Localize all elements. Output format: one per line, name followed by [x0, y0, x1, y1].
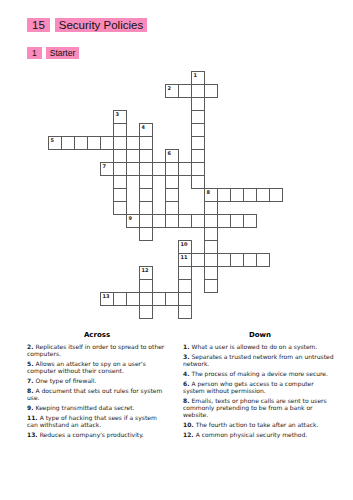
- across-clues-section: Across 2. Replicates itself in order to …: [27, 331, 167, 441]
- grid-cell-r7c9[interactable]: [165, 162, 179, 176]
- down-clue-list: 1. What a user is allowed to do on a sys…: [183, 343, 337, 438]
- grid-cell-r10c5[interactable]: [113, 201, 127, 215]
- down-clues-section: Down 1. What a user is allowed to do on …: [183, 331, 337, 441]
- grid-cell-r1c9[interactable]: [165, 84, 179, 98]
- grid-cell-r16c10[interactable]: [178, 279, 192, 293]
- grid-cell-r4c7[interactable]: [139, 123, 153, 137]
- activity-number-badge: 1: [27, 47, 42, 59]
- grid-cell-r9c15[interactable]: [243, 188, 257, 202]
- down-header: Down: [183, 331, 337, 339]
- grid-cell-r14c10[interactable]: [178, 253, 192, 267]
- grid-cell-r17c6[interactable]: [126, 292, 140, 306]
- grid-cell-r6c9[interactable]: [165, 149, 179, 163]
- grid-cell-r11c15[interactable]: [243, 214, 257, 228]
- grid-cell-r5c0[interactable]: [48, 136, 62, 150]
- grid-cell-r8c7[interactable]: [139, 175, 153, 189]
- grid-cell-r9c5[interactable]: [113, 188, 127, 202]
- grid-cell-r10c9[interactable]: [165, 201, 179, 215]
- grid-cell-r8c9[interactable]: [165, 175, 179, 189]
- grid-cell-r5c7[interactable]: [139, 136, 153, 150]
- grid-cell-r11c6[interactable]: [126, 214, 140, 228]
- grid-cell-r9c12[interactable]: [204, 188, 218, 202]
- grid-cell-r8c11[interactable]: [191, 175, 205, 189]
- down-clue-10: 10. The fourth action to take after an a…: [183, 421, 337, 428]
- grid-cell-r15c12[interactable]: [204, 266, 218, 280]
- down-clue-6: 6. A person who gets access to a compute…: [183, 380, 337, 394]
- grid-cell-r17c9[interactable]: [165, 292, 179, 306]
- down-clue-1: 1. What a user is allowed to do on a sys…: [183, 343, 337, 350]
- across-header: Across: [27, 331, 167, 339]
- grid-cell-r13c10[interactable]: [178, 240, 192, 254]
- grid-cell-r7c8[interactable]: [152, 162, 166, 176]
- grid-cell-r17c5[interactable]: [113, 292, 127, 306]
- grid-cell-r11c7[interactable]: [139, 214, 153, 228]
- page-title: Security Policies: [55, 18, 147, 32]
- grid-cell-r5c5[interactable]: [113, 136, 127, 150]
- grid-cell-r1c12[interactable]: [204, 84, 218, 98]
- grid-cell-r8c5[interactable]: [113, 175, 127, 189]
- grid-cell-r14c13[interactable]: [217, 253, 231, 267]
- grid-cell-r11c12[interactable]: [204, 214, 218, 228]
- crossword-grid: 12345678910111213: [48, 71, 283, 319]
- activity-label: Starter: [46, 47, 80, 59]
- grid-cell-r5c2[interactable]: [74, 136, 88, 150]
- grid-cell-r11c8[interactable]: [152, 214, 166, 228]
- grid-cell-r5c1[interactable]: [61, 136, 75, 150]
- across-clue-13: 13. Reduces a company's productivity.: [27, 431, 167, 438]
- across-clue-5: 5. Allows an attacker to spy on a user's…: [27, 360, 167, 374]
- grid-cell-r9c17[interactable]: [269, 188, 283, 202]
- grid-cell-r9c7[interactable]: [139, 188, 153, 202]
- grid-cell-r3c11[interactable]: [191, 110, 205, 124]
- grid-cell-r7c6[interactable]: [126, 162, 140, 176]
- across-clue-9: 9. Keeping transmitted data secret.: [27, 404, 167, 411]
- grid-cell-r7c5[interactable]: [113, 162, 127, 176]
- grid-cell-r5c6[interactable]: [126, 136, 140, 150]
- grid-cell-r15c7[interactable]: [139, 266, 153, 280]
- grid-cell-r7c7[interactable]: [139, 162, 153, 176]
- grid-cell-r11c9[interactable]: [165, 214, 179, 228]
- grid-cell-r12c12[interactable]: [204, 227, 218, 241]
- grid-cell-r0c11[interactable]: [191, 71, 205, 85]
- grid-cell-r9c16[interactable]: [256, 188, 270, 202]
- grid-cell-r7c4[interactable]: [100, 162, 114, 176]
- grid-cell-r7c11[interactable]: [191, 162, 205, 176]
- grid-cell-r16c7[interactable]: [139, 279, 153, 293]
- down-clue-3: 3. Separates a trusted network from an u…: [183, 353, 337, 367]
- grid-cell-r18c7[interactable]: [139, 305, 153, 319]
- across-clue-2: 2. Replicates itself in order to spread …: [27, 343, 167, 357]
- grid-cell-r15c10[interactable]: [178, 266, 192, 280]
- grid-cell-r10c7[interactable]: [139, 201, 153, 215]
- grid-cell-r5c3[interactable]: [87, 136, 101, 150]
- grid-cell-r10c12[interactable]: [204, 201, 218, 215]
- grid-cell-r11c10[interactable]: [178, 214, 192, 228]
- unit-number-badge: 15: [27, 18, 50, 32]
- page-header: 15 Security Policies: [27, 18, 147, 32]
- grid-cell-r11c14[interactable]: [230, 214, 244, 228]
- grid-cell-r17c8[interactable]: [152, 292, 166, 306]
- grid-cell-r13c12[interactable]: [204, 240, 218, 254]
- grid-cell-r1c11[interactable]: [191, 84, 205, 98]
- grid-cell-r6c5[interactable]: [113, 149, 127, 163]
- grid-cell-r14c14[interactable]: [230, 253, 244, 267]
- grid-cell-r6c11[interactable]: [191, 149, 205, 163]
- grid-cell-r14c16[interactable]: [256, 253, 270, 267]
- grid-cell-r9c13[interactable]: [217, 188, 231, 202]
- grid-cell-r17c4[interactable]: [100, 292, 114, 306]
- grid-cell-r9c9[interactable]: [165, 188, 179, 202]
- grid-cell-r4c11[interactable]: [191, 123, 205, 137]
- grid-cell-r11c11[interactable]: [191, 214, 205, 228]
- grid-cell-r5c11[interactable]: [191, 136, 205, 150]
- grid-cell-r5c4[interactable]: [100, 136, 114, 150]
- across-clue-11: 11. A type of hacking that sees if a sys…: [27, 414, 167, 428]
- across-clue-8: 8. A document that sets out rules for sy…: [27, 387, 167, 401]
- grid-cell-r11c13[interactable]: [217, 214, 231, 228]
- grid-cell-r3c5[interactable]: [113, 110, 127, 124]
- grid-cell-r14c15[interactable]: [243, 253, 257, 267]
- grid-cell-r16c12[interactable]: [204, 279, 218, 293]
- grid-cell-r12c7[interactable]: [139, 227, 153, 241]
- grid-cell-r6c7[interactable]: [139, 149, 153, 163]
- grid-cell-r17c7[interactable]: [139, 292, 153, 306]
- down-clue-4: 4. The process of making a device more s…: [183, 370, 337, 377]
- grid-cell-r4c5[interactable]: [113, 123, 127, 137]
- grid-cell-r17c10[interactable]: [178, 292, 192, 306]
- grid-cell-r2c11[interactable]: [191, 97, 205, 111]
- grid-cell-r7c10[interactable]: [178, 162, 192, 176]
- activity-header: 1 Starter: [27, 47, 79, 59]
- grid-cell-r14c12[interactable]: [204, 253, 218, 267]
- down-clue-12: 12. A common physical security method.: [183, 431, 337, 438]
- across-clue-7: 7. One type of firewall.: [27, 377, 167, 384]
- grid-cell-r18c10[interactable]: [178, 305, 192, 319]
- down-clue-8: 8. Emails, texts or phone calls are sent…: [183, 397, 337, 418]
- grid-cell-r9c14[interactable]: [230, 188, 244, 202]
- grid-cell-r14c11[interactable]: [191, 253, 205, 267]
- across-clue-list: 2. Replicates itself in order to spread …: [27, 343, 167, 438]
- grid-cell-r1c10[interactable]: [178, 84, 192, 98]
- worksheet-page: 15 Security Policies 1 Starter 123456789…: [0, 0, 353, 500]
